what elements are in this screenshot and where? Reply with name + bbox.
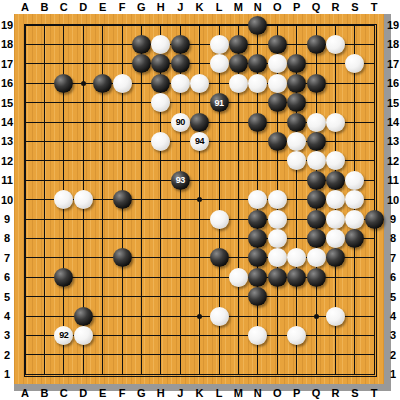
stone-white-s9	[345, 210, 364, 229]
coord-label-right-8: 8	[386, 232, 400, 244]
stone-white-j16	[171, 74, 190, 93]
coord-label-left-10: 10	[0, 194, 14, 206]
stone-black-o15	[268, 93, 287, 112]
stone-white-p3	[287, 326, 306, 345]
coord-label-bottom-t: T	[371, 387, 378, 399]
stone-black-d4	[74, 307, 93, 326]
coord-label-left-15: 15	[0, 97, 14, 109]
stone-black-f7	[113, 248, 132, 267]
stone-white-k13: 94	[190, 132, 209, 151]
coord-label-right-17: 17	[386, 58, 400, 70]
stone-black-l7	[210, 248, 229, 267]
coord-label-left-9: 9	[0, 213, 14, 225]
star-point-k4	[197, 314, 202, 319]
coord-label-left-1: 1	[0, 368, 14, 380]
coord-label-top-r: R	[331, 1, 339, 13]
coord-label-top-m: M	[234, 1, 243, 13]
coord-label-top-o: O	[273, 1, 282, 13]
stone-black-p16	[287, 74, 306, 93]
coord-label-bottom-b: B	[40, 387, 48, 399]
star-point-d16	[81, 81, 86, 86]
stone-black-m18	[229, 35, 248, 54]
coord-label-right-2: 2	[386, 349, 400, 361]
stone-white-s11	[345, 171, 364, 190]
coord-label-top-a: A	[21, 1, 29, 13]
star-point-q4	[314, 314, 319, 319]
stone-black-q18	[307, 35, 326, 54]
coord-label-left-8: 8	[0, 232, 14, 244]
stone-black-r11	[326, 171, 345, 190]
stone-white-q7	[307, 248, 326, 267]
move-number-label: 92	[59, 330, 68, 340]
coord-label-left-14: 14	[0, 116, 14, 128]
stone-black-e16	[93, 74, 112, 93]
coord-label-top-h: H	[157, 1, 165, 13]
coord-label-right-15: 15	[386, 97, 400, 109]
coord-label-top-b: B	[40, 1, 48, 13]
coord-label-bottom-n: N	[254, 387, 262, 399]
stone-black-j17	[171, 54, 190, 73]
stone-black-c16	[54, 74, 73, 93]
stone-white-o10	[268, 190, 287, 209]
stone-black-o13	[268, 132, 287, 151]
coord-label-top-q: Q	[312, 1, 321, 13]
stone-black-n6	[248, 268, 267, 287]
coord-label-right-16: 16	[386, 77, 400, 89]
stone-black-t9	[365, 210, 384, 229]
coord-label-right-5: 5	[386, 291, 400, 303]
stone-black-l15: 91	[210, 93, 229, 112]
stone-white-r8	[326, 229, 345, 248]
stone-white-q12	[307, 151, 326, 170]
coord-label-right-4: 4	[386, 310, 400, 322]
stone-white-l17	[210, 54, 229, 73]
stone-white-d3	[74, 326, 93, 345]
coord-label-left-18: 18	[0, 38, 14, 50]
stone-white-d10	[74, 190, 93, 209]
stone-white-n16	[248, 74, 267, 93]
stone-black-q10	[307, 190, 326, 209]
coord-label-bottom-j: J	[177, 387, 183, 399]
coord-label-right-6: 6	[386, 271, 400, 283]
coord-label-top-f: F	[119, 1, 126, 13]
stone-black-q16	[307, 74, 326, 93]
stone-black-o6	[268, 268, 287, 287]
stone-white-o17	[268, 54, 287, 73]
stone-white-l18	[210, 35, 229, 54]
coord-label-left-5: 5	[0, 291, 14, 303]
coord-label-bottom-g: G	[137, 387, 146, 399]
coord-label-left-16: 16	[0, 77, 14, 89]
stone-black-j11: 93	[171, 171, 190, 190]
coord-label-bottom-k: K	[196, 387, 204, 399]
stone-white-o16	[268, 74, 287, 93]
coord-label-bottom-h: H	[157, 387, 165, 399]
coord-label-bottom-f: F	[119, 387, 126, 399]
coord-label-bottom-m: M	[234, 387, 243, 399]
stone-white-q14	[307, 113, 326, 132]
stone-white-o8	[268, 229, 287, 248]
coord-label-right-3: 3	[386, 329, 400, 341]
stone-black-j18	[171, 35, 190, 54]
move-number-label: 90	[176, 117, 185, 127]
coord-label-right-7: 7	[386, 252, 400, 264]
stone-white-r4	[326, 307, 345, 326]
coord-label-top-c: C	[60, 1, 68, 13]
stone-white-j14: 90	[171, 113, 190, 132]
go-game-diagram: AABBCCDDEEFFGGHHJJKKLLMMNNOOPPQQRRSSTT19…	[0, 0, 400, 400]
coord-label-left-7: 7	[0, 252, 14, 264]
stone-white-o9	[268, 210, 287, 229]
stone-black-q6	[307, 268, 326, 287]
stone-black-q11	[307, 171, 326, 190]
stone-black-q8	[307, 229, 326, 248]
coord-label-right-9: 9	[386, 213, 400, 225]
coord-label-left-6: 6	[0, 271, 14, 283]
coord-label-right-1: 1	[386, 368, 400, 380]
stone-black-p14	[287, 113, 306, 132]
coord-label-right-13: 13	[386, 135, 400, 147]
coord-label-top-t: T	[371, 1, 378, 13]
stone-white-r14	[326, 113, 345, 132]
coord-label-bottom-s: S	[351, 387, 358, 399]
stone-black-n19	[248, 16, 267, 35]
stone-white-f16	[113, 74, 132, 93]
coord-label-right-12: 12	[386, 155, 400, 167]
coord-label-left-4: 4	[0, 310, 14, 322]
coord-label-right-19: 19	[386, 19, 400, 31]
coord-label-left-12: 12	[0, 155, 14, 167]
stone-white-r18	[326, 35, 345, 54]
coord-label-top-g: G	[137, 1, 146, 13]
coord-label-top-d: D	[79, 1, 87, 13]
stone-white-p13	[287, 132, 306, 151]
stone-white-m16	[229, 74, 248, 93]
coord-label-bottom-o: O	[273, 387, 282, 399]
coord-label-top-n: N	[254, 1, 262, 13]
stone-black-c6	[54, 268, 73, 287]
coord-label-bottom-c: C	[60, 387, 68, 399]
stone-black-n14	[248, 113, 267, 132]
coord-label-right-14: 14	[386, 116, 400, 128]
coord-label-left-11: 11	[0, 174, 14, 186]
stone-white-m6	[229, 268, 248, 287]
coord-label-top-l: L	[216, 1, 223, 13]
coord-label-top-s: S	[351, 1, 358, 13]
coord-label-top-j: J	[177, 1, 183, 13]
stone-black-p6	[287, 268, 306, 287]
stone-white-l4	[210, 307, 229, 326]
coord-label-bottom-d: D	[79, 387, 87, 399]
coord-label-left-3: 3	[0, 329, 14, 341]
coord-label-bottom-r: R	[331, 387, 339, 399]
coord-label-left-19: 19	[0, 19, 14, 31]
stone-white-k16	[190, 74, 209, 93]
coord-label-bottom-a: A	[21, 387, 29, 399]
stone-black-n9	[248, 210, 267, 229]
coord-label-top-k: K	[196, 1, 204, 13]
move-number-label: 93	[176, 175, 185, 185]
coord-label-left-2: 2	[0, 349, 14, 361]
coord-label-top-p: P	[293, 1, 300, 13]
stone-black-g18	[132, 35, 151, 54]
coord-label-right-11: 11	[386, 174, 400, 186]
stone-black-q13	[307, 132, 326, 151]
coord-label-left-13: 13	[0, 135, 14, 147]
stone-black-o18	[268, 35, 287, 54]
coord-label-bottom-e: E	[99, 387, 106, 399]
stone-black-q9	[307, 210, 326, 229]
move-number-label: 94	[195, 136, 204, 146]
coord-label-right-10: 10	[386, 194, 400, 206]
coord-label-top-e: E	[99, 1, 106, 13]
move-number-label: 91	[214, 98, 223, 108]
coord-label-bottom-q: Q	[312, 387, 321, 399]
stone-black-h16	[151, 74, 170, 93]
stone-white-r10	[326, 190, 345, 209]
stone-white-l9	[210, 210, 229, 229]
stone-white-o7	[268, 248, 287, 267]
stone-black-f10	[113, 190, 132, 209]
stone-black-k14	[190, 113, 209, 132]
coord-label-bottom-p: P	[293, 387, 300, 399]
coord-label-bottom-l: L	[216, 387, 223, 399]
stone-white-r9	[326, 210, 345, 229]
coord-label-left-17: 17	[0, 58, 14, 70]
coord-label-right-18: 18	[386, 38, 400, 50]
